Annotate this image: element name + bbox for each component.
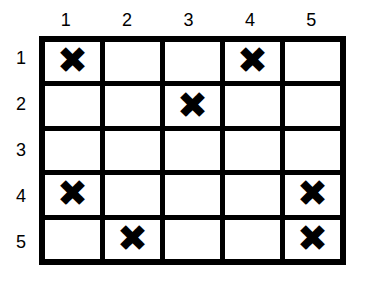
cell-r4c5[interactable]: ✖ (285, 175, 340, 214)
row-label-3: 3 (6, 128, 36, 174)
cell-r2c2[interactable] (105, 86, 160, 125)
cell-r5c1[interactable] (45, 220, 100, 259)
cell-r3c4[interactable] (225, 131, 280, 170)
puzzle-area: 1 2 3 4 5 1 2 3 4 5 ✖ ✖ ✖ ✖ ✖ ✖ (0, 0, 366, 281)
cell-r1c3[interactable] (165, 42, 220, 81)
col-label-3: 3 (158, 6, 219, 34)
column-labels: 1 2 3 4 5 (39, 6, 346, 34)
row-label-2: 2 (6, 82, 36, 128)
cell-r4c1[interactable]: ✖ (45, 175, 100, 214)
cell-r3c5[interactable] (285, 131, 340, 170)
cell-r5c4[interactable] (225, 220, 280, 259)
col-label-5: 5 (281, 6, 342, 34)
cell-r1c2[interactable] (105, 42, 160, 81)
cell-r2c4[interactable] (225, 86, 280, 125)
cell-r2c3[interactable]: ✖ (165, 86, 220, 125)
cell-r5c3[interactable] (165, 220, 220, 259)
cell-r1c4[interactable]: ✖ (225, 42, 280, 81)
cell-r4c4[interactable] (225, 175, 280, 214)
cell-r4c3[interactable] (165, 175, 220, 214)
row-label-4: 4 (6, 173, 36, 219)
col-label-1: 1 (35, 6, 96, 34)
row-labels: 1 2 3 4 5 (6, 36, 36, 265)
cell-r4c2[interactable] (105, 175, 160, 214)
cell-r3c3[interactable] (165, 131, 220, 170)
cell-r2c5[interactable] (285, 86, 340, 125)
cell-r1c1[interactable]: ✖ (45, 42, 100, 81)
puzzle-grid: ✖ ✖ ✖ ✖ ✖ ✖ ✖ (39, 36, 346, 265)
cell-r3c2[interactable] (105, 131, 160, 170)
row-label-5: 5 (6, 219, 36, 265)
col-label-2: 2 (96, 6, 157, 34)
cell-r2c1[interactable] (45, 86, 100, 125)
cell-r5c5[interactable]: ✖ (285, 220, 340, 259)
cell-r1c5[interactable] (285, 42, 340, 81)
col-label-4: 4 (219, 6, 280, 34)
cell-r5c2[interactable]: ✖ (105, 220, 160, 259)
cell-r3c1[interactable] (45, 131, 100, 170)
row-label-1: 1 (6, 36, 36, 82)
